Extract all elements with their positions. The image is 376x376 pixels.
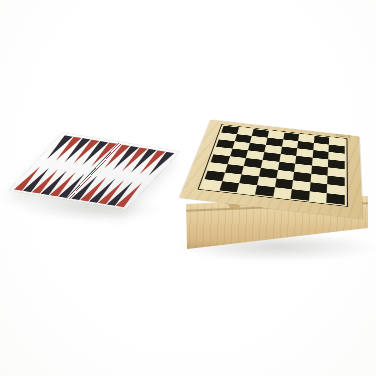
board-square-c1 — [237, 183, 257, 194]
printed-chessboard — [191, 122, 353, 210]
chessboard-grid — [201, 126, 344, 205]
chessboard-frame — [197, 124, 348, 206]
board-square-f1 — [291, 189, 310, 200]
board-square-d1 — [255, 185, 275, 196]
product-photo — [0, 0, 376, 376]
board-square-g1 — [309, 191, 327, 202]
board-square-h1 — [327, 193, 345, 205]
board-square-e1 — [273, 187, 292, 198]
